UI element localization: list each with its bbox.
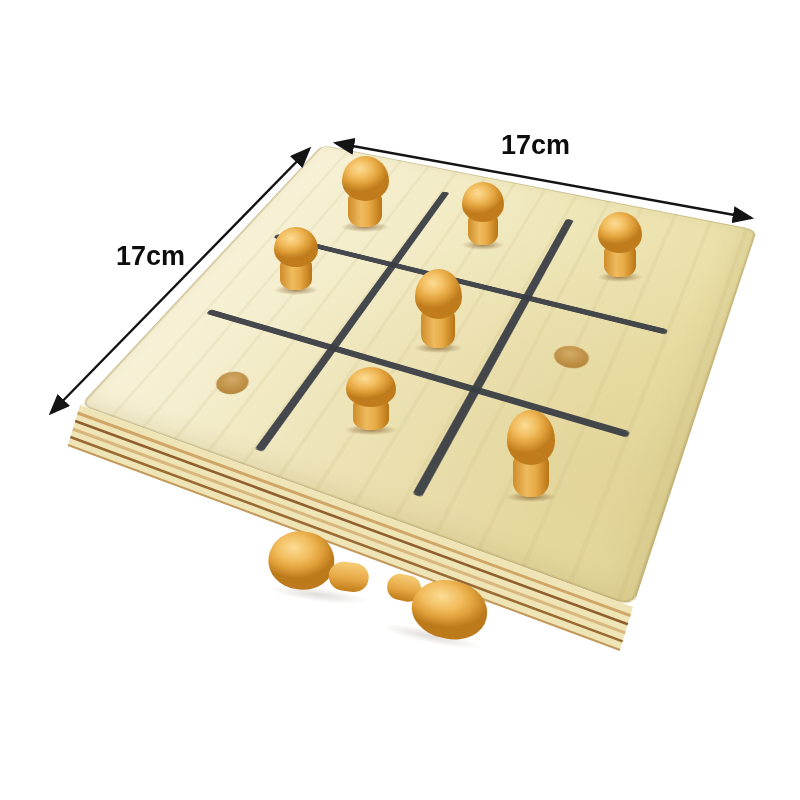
peg-head <box>265 528 338 594</box>
loose-peg-2[interactable] <box>377 563 498 648</box>
product-photo-stage: 17cm 17cm <box>0 0 800 800</box>
dimension-label-depth: 17cm <box>116 241 185 272</box>
peg-head <box>415 269 462 319</box>
board <box>80 145 757 607</box>
peg-head <box>598 212 641 253</box>
peg-r1c1[interactable] <box>413 269 463 349</box>
loose-peg-1[interactable] <box>265 528 380 603</box>
peg-head <box>274 227 317 267</box>
peg-head <box>507 410 556 465</box>
peg-head <box>462 182 503 222</box>
peg-r2c2[interactable] <box>505 410 557 498</box>
peg-r2c1[interactable] <box>344 367 398 431</box>
dimension-label-width: 17cm <box>501 130 570 161</box>
peg-head <box>342 156 389 201</box>
peg-stem <box>327 560 370 594</box>
peg-head <box>346 367 397 407</box>
peg-r0c2[interactable] <box>597 212 643 278</box>
peg-r0c0[interactable] <box>340 156 390 228</box>
peg-r1c0[interactable] <box>273 227 319 291</box>
peg-r0c1[interactable] <box>461 182 505 246</box>
